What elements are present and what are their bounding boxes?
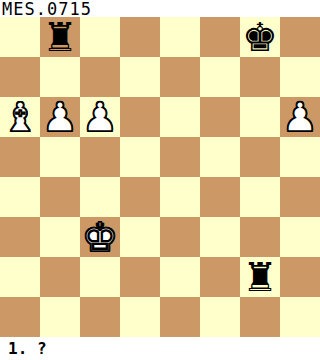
square-a2[interactable] — [0, 257, 40, 297]
square-f8[interactable] — [200, 17, 240, 57]
square-e4[interactable] — [160, 177, 200, 217]
move-prompt: 1. ? — [0, 337, 320, 360]
white-king[interactable]: ♚ — [82, 217, 118, 257]
square-c8[interactable] — [80, 17, 120, 57]
black-king[interactable]: ♚ — [242, 17, 278, 57]
square-e6[interactable] — [160, 97, 200, 137]
square-f5[interactable] — [200, 137, 240, 177]
square-g4[interactable] — [240, 177, 280, 217]
square-h4[interactable] — [280, 177, 320, 217]
square-a1[interactable] — [0, 297, 40, 337]
square-c5[interactable] — [80, 137, 120, 177]
square-b1[interactable] — [40, 297, 80, 337]
square-a6[interactable]: ♝ — [0, 97, 40, 137]
square-c4[interactable] — [80, 177, 120, 217]
square-a3[interactable] — [0, 217, 40, 257]
black-rook[interactable]: ♜ — [242, 257, 278, 297]
square-f1[interactable] — [200, 297, 240, 337]
square-e3[interactable] — [160, 217, 200, 257]
black-rook[interactable]: ♜ — [42, 17, 78, 57]
square-a4[interactable] — [0, 177, 40, 217]
square-d6[interactable] — [120, 97, 160, 137]
square-e1[interactable] — [160, 297, 200, 337]
white-pawn[interactable]: ♟ — [282, 97, 318, 137]
square-f4[interactable] — [200, 177, 240, 217]
square-h5[interactable] — [280, 137, 320, 177]
square-e2[interactable] — [160, 257, 200, 297]
square-b5[interactable] — [40, 137, 80, 177]
square-f2[interactable] — [200, 257, 240, 297]
square-c3[interactable]: ♚ — [80, 217, 120, 257]
square-g7[interactable] — [240, 57, 280, 97]
square-g1[interactable] — [240, 297, 280, 337]
square-c6[interactable]: ♟ — [80, 97, 120, 137]
white-pawn[interactable]: ♟ — [82, 97, 118, 137]
square-b7[interactable] — [40, 57, 80, 97]
square-d2[interactable] — [120, 257, 160, 297]
square-h8[interactable] — [280, 17, 320, 57]
chess-diagram-page: MES.0715 ♜♚♝♟♟♟♚♜ 1. ? — [0, 0, 320, 360]
square-e7[interactable] — [160, 57, 200, 97]
square-b6[interactable]: ♟ — [40, 97, 80, 137]
square-h6[interactable]: ♟ — [280, 97, 320, 137]
square-f3[interactable] — [200, 217, 240, 257]
square-c7[interactable] — [80, 57, 120, 97]
chess-board: ♜♚♝♟♟♟♚♜ — [0, 17, 320, 337]
square-g5[interactable] — [240, 137, 280, 177]
square-a8[interactable] — [0, 17, 40, 57]
square-b4[interactable] — [40, 177, 80, 217]
square-f6[interactable] — [200, 97, 240, 137]
square-d8[interactable] — [120, 17, 160, 57]
square-g3[interactable] — [240, 217, 280, 257]
square-e5[interactable] — [160, 137, 200, 177]
square-a7[interactable] — [0, 57, 40, 97]
square-b3[interactable] — [40, 217, 80, 257]
square-d4[interactable] — [120, 177, 160, 217]
square-a5[interactable] — [0, 137, 40, 177]
white-bishop[interactable]: ♝ — [2, 97, 38, 137]
square-b8[interactable]: ♜ — [40, 17, 80, 57]
square-h2[interactable] — [280, 257, 320, 297]
square-h7[interactable] — [280, 57, 320, 97]
square-g6[interactable] — [240, 97, 280, 137]
square-c2[interactable] — [80, 257, 120, 297]
square-g2[interactable]: ♜ — [240, 257, 280, 297]
square-b2[interactable] — [40, 257, 80, 297]
square-f7[interactable] — [200, 57, 240, 97]
square-d5[interactable] — [120, 137, 160, 177]
square-c1[interactable] — [80, 297, 120, 337]
square-d1[interactable] — [120, 297, 160, 337]
square-d7[interactable] — [120, 57, 160, 97]
square-d3[interactable] — [120, 217, 160, 257]
white-pawn[interactable]: ♟ — [42, 97, 78, 137]
square-e8[interactable] — [160, 17, 200, 57]
square-g8[interactable]: ♚ — [240, 17, 280, 57]
square-h3[interactable] — [280, 217, 320, 257]
square-h1[interactable] — [280, 297, 320, 337]
